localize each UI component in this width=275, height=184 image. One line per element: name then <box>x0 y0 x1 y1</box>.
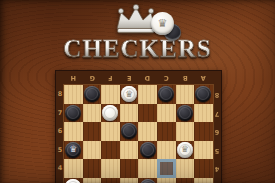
square-c8[interactable] <box>157 85 176 104</box>
square-f5[interactable] <box>101 141 120 160</box>
square-a8[interactable] <box>194 85 213 104</box>
square-f6[interactable] <box>101 122 120 141</box>
square-e3[interactable] <box>120 178 139 184</box>
square-e5[interactable] <box>120 141 139 160</box>
square-a4[interactable] <box>194 159 213 178</box>
king-crown-icon: ♛ <box>69 145 77 154</box>
black-man[interactable] <box>121 123 137 139</box>
square-b4[interactable] <box>176 159 195 178</box>
col-label-h: H <box>64 74 83 82</box>
square-d6[interactable] <box>138 122 157 141</box>
square-f8[interactable] <box>101 85 120 104</box>
square-g8[interactable] <box>83 85 102 104</box>
square-d8[interactable] <box>138 85 157 104</box>
square-d3[interactable] <box>138 178 157 184</box>
square-g6[interactable] <box>83 122 102 141</box>
square-c5[interactable] <box>157 141 176 160</box>
square-h8[interactable] <box>64 85 83 104</box>
checkers-board: HGFEDCBA 87654321 87654321 ♛♛♛ <box>55 70 222 183</box>
square-h3[interactable] <box>64 178 83 184</box>
row-label-7: 7 <box>56 104 64 123</box>
king-crown-icon: ♛ <box>125 90 133 99</box>
black-man[interactable] <box>84 86 100 102</box>
square-a6[interactable] <box>194 122 213 141</box>
row-label-8: 8 <box>213 85 221 104</box>
row-label-4: 4 <box>213 159 221 178</box>
square-f4[interactable] <box>101 159 120 178</box>
square-d4[interactable] <box>138 159 157 178</box>
black-man[interactable] <box>158 86 174 102</box>
square-b3[interactable] <box>176 178 195 184</box>
row-label-6: 6 <box>56 122 64 141</box>
col-label-d: D <box>138 74 157 82</box>
square-g7[interactable] <box>83 104 102 123</box>
square-g4[interactable] <box>83 159 102 178</box>
game-screen: ♛ CHECKERS HGFEDCBA 87654321 87654321 ♛♛… <box>0 0 275 183</box>
square-e6[interactable] <box>120 122 139 141</box>
square-e4[interactable] <box>120 159 139 178</box>
king-crown-icon: ♛ <box>181 145 189 154</box>
square-f7[interactable] <box>101 104 120 123</box>
square-e8[interactable]: ♛ <box>120 85 139 104</box>
logo-white-king-piece: ♛ <box>151 12 174 35</box>
col-label-e: E <box>120 74 139 82</box>
row-label-3: 3 <box>56 178 64 184</box>
square-b5[interactable]: ♛ <box>176 141 195 160</box>
square-d7[interactable] <box>138 104 157 123</box>
king-crown-icon: ♛ <box>158 18 168 29</box>
game-title: CHECKERS <box>0 35 275 63</box>
white-man[interactable] <box>65 179 81 183</box>
col-label-a: A <box>194 74 213 82</box>
black-king[interactable]: ♛ <box>65 142 81 158</box>
board-column-labels: HGFEDCBA <box>64 72 213 84</box>
col-label-f: F <box>101 74 120 82</box>
square-f3[interactable] <box>101 178 120 184</box>
board-grid: ♛♛♛ <box>64 85 213 183</box>
board-row-labels-right: 87654321 <box>213 85 221 183</box>
square-b6[interactable] <box>176 122 195 141</box>
black-man[interactable] <box>140 179 156 183</box>
black-man[interactable] <box>140 142 156 158</box>
square-d5[interactable] <box>138 141 157 160</box>
white-king[interactable]: ♛ <box>121 86 137 102</box>
col-label-b: B <box>176 74 195 82</box>
black-man[interactable] <box>177 105 193 121</box>
square-g3[interactable] <box>83 178 102 184</box>
square-g5[interactable] <box>83 141 102 160</box>
square-a5[interactable] <box>194 141 213 160</box>
row-label-5: 5 <box>56 141 64 160</box>
black-man[interactable] <box>65 105 81 121</box>
square-h7[interactable] <box>64 104 83 123</box>
board-row-labels-left: 87654321 <box>56 85 64 183</box>
col-label-g: G <box>83 74 102 82</box>
square-c6[interactable] <box>157 122 176 141</box>
row-label-6: 6 <box>213 122 221 141</box>
square-b7[interactable] <box>176 104 195 123</box>
square-c3[interactable] <box>157 178 176 184</box>
square-h6[interactable] <box>64 122 83 141</box>
square-e7[interactable] <box>120 104 139 123</box>
white-man[interactable] <box>102 105 118 121</box>
square-a3[interactable] <box>194 178 213 184</box>
row-label-7: 7 <box>213 104 221 123</box>
square-a7[interactable] <box>194 104 213 123</box>
row-label-8: 8 <box>56 85 64 104</box>
square-c4[interactable] <box>157 159 176 178</box>
square-b8[interactable] <box>176 85 195 104</box>
row-label-4: 4 <box>56 159 64 178</box>
white-king[interactable]: ♛ <box>177 142 193 158</box>
black-man[interactable] <box>195 86 211 102</box>
square-h4[interactable] <box>64 159 83 178</box>
col-label-c: C <box>157 74 176 82</box>
row-label-5: 5 <box>213 141 221 160</box>
row-label-3: 3 <box>213 178 221 184</box>
square-h5[interactable]: ♛ <box>64 141 83 160</box>
square-c7[interactable] <box>157 104 176 123</box>
